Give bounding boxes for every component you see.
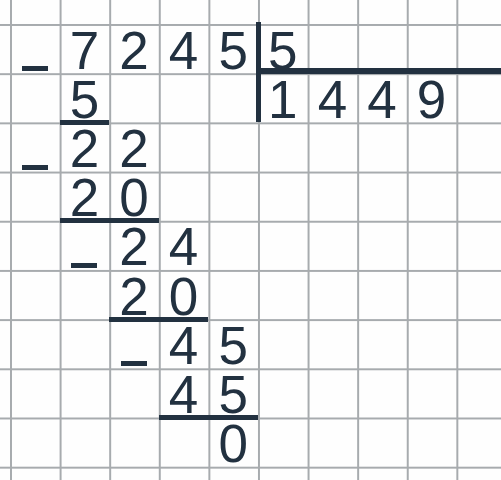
digit-cell: 4 — [357, 73, 407, 122]
digit-cell: 9 — [407, 73, 457, 122]
minus-sign — [121, 361, 147, 366]
digit-cell: 2 — [109, 24, 159, 73]
digit-cell: 2 — [60, 172, 110, 221]
digit-cell: 4 — [159, 368, 209, 417]
underline — [60, 120, 110, 125]
digit-cell: 5 — [208, 368, 258, 417]
squared-paper-sheet: 72455514492220242045450 — [0, 0, 501, 480]
digit-cell: 4 — [159, 221, 209, 270]
digit-cell: 4 — [159, 24, 209, 73]
digit-cell: 2 — [109, 270, 159, 319]
digit-cell: 5 — [208, 24, 258, 73]
digit-cell: 2 — [109, 122, 159, 171]
underline — [159, 415, 258, 420]
digit-cell: 5 — [208, 319, 258, 368]
digit-cell: 0 — [159, 270, 209, 319]
digit-cell: 1 — [258, 73, 308, 122]
minus-sign — [22, 165, 48, 170]
digit-cell: 7 — [60, 24, 110, 73]
underline — [109, 317, 208, 322]
digit-cell: 5 — [258, 24, 308, 73]
digit-cell: 5 — [60, 73, 110, 122]
digit-cell: 4 — [308, 73, 358, 122]
minus-sign — [22, 66, 48, 71]
minus-sign — [71, 263, 97, 268]
digit-cell: 2 — [109, 221, 159, 270]
digit-cell: 2 — [60, 122, 110, 171]
underline — [60, 218, 159, 223]
digit-cell: 0 — [109, 172, 159, 221]
division-bracket-horizontal — [256, 68, 501, 74]
digit-cell: 0 — [208, 418, 258, 467]
digit-cell: 4 — [159, 319, 209, 368]
